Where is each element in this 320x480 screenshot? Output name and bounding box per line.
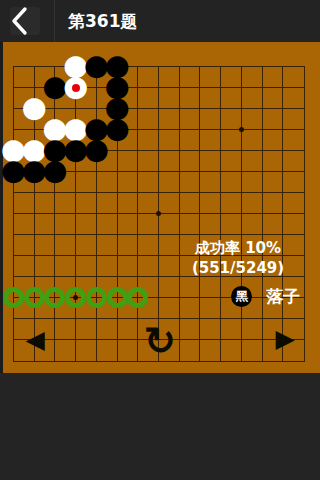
board-cell[interactable] (200, 151, 221, 172)
board-cell[interactable] (35, 151, 56, 172)
board-cell[interactable] (159, 67, 180, 88)
board-cell[interactable] (14, 67, 35, 88)
board-cell[interactable] (180, 214, 201, 235)
chevron-left-icon (8, 0, 36, 42)
board-cell[interactable] (180, 277, 201, 298)
next-problem-button[interactable]: ▶ (271, 324, 299, 352)
board-cell[interactable] (283, 151, 304, 172)
board-cell[interactable] (138, 109, 159, 130)
board-cell[interactable] (118, 109, 139, 130)
board-cell[interactable] (76, 235, 97, 256)
board-cell[interactable] (138, 67, 159, 88)
board-cell[interactable] (159, 109, 180, 130)
board-cell[interactable] (118, 67, 139, 88)
board-cell[interactable] (35, 130, 56, 151)
board-cell[interactable] (14, 256, 35, 277)
progress-ring (24, 287, 45, 308)
board-cell[interactable] (97, 67, 118, 88)
star-point (156, 211, 161, 216)
page-title: 第361题 (68, 0, 138, 42)
board-cell[interactable] (180, 151, 201, 172)
board-cell[interactable] (118, 172, 139, 193)
board-cell[interactable] (180, 67, 201, 88)
board-cell[interactable] (159, 193, 180, 214)
board-cell[interactable] (159, 214, 180, 235)
progress-ring (65, 287, 86, 308)
board-cell[interactable] (76, 67, 97, 88)
board-cell[interactable] (200, 298, 221, 319)
board-cell[interactable] (76, 214, 97, 235)
board-cell[interactable] (263, 172, 284, 193)
board-cell[interactable] (263, 109, 284, 130)
board-cell[interactable] (118, 151, 139, 172)
board-cell[interactable] (200, 88, 221, 109)
board-cell[interactable] (180, 130, 201, 151)
board-cell[interactable] (118, 130, 139, 151)
board-cell[interactable] (76, 340, 97, 361)
board-cell[interactable] (55, 235, 76, 256)
board-cell[interactable] (97, 130, 118, 151)
board-cell[interactable] (118, 88, 139, 109)
board-cell[interactable] (242, 88, 263, 109)
board-cell[interactable] (180, 109, 201, 130)
board-cell[interactable] (97, 193, 118, 214)
board-cell[interactable] (138, 172, 159, 193)
board-cell[interactable] (55, 340, 76, 361)
board-cell[interactable] (200, 319, 221, 340)
board-cell[interactable] (35, 172, 56, 193)
refresh-icon: ↻ (144, 322, 176, 360)
board-cell[interactable] (159, 256, 180, 277)
board-cell[interactable] (97, 172, 118, 193)
board-cell[interactable] (221, 151, 242, 172)
board-cell[interactable] (263, 88, 284, 109)
board-left-edge (0, 42, 3, 373)
board-cell[interactable] (35, 67, 56, 88)
board-cell[interactable] (97, 109, 118, 130)
header-bar: 第361题 (0, 0, 320, 42)
board-cell[interactable] (283, 67, 304, 88)
board-cell[interactable] (263, 67, 284, 88)
board-cell[interactable] (221, 130, 242, 151)
board-cell[interactable] (55, 130, 76, 151)
board-cell[interactable] (221, 340, 242, 361)
board-cell[interactable] (55, 88, 76, 109)
back-button[interactable] (0, 0, 54, 42)
board-cell[interactable] (55, 319, 76, 340)
board-cell[interactable] (221, 193, 242, 214)
board-cell[interactable] (283, 109, 304, 130)
board-cell[interactable] (159, 235, 180, 256)
to-move-stone-badge: 黑 (231, 286, 252, 307)
board-cell[interactable] (200, 172, 221, 193)
board-cell[interactable] (55, 193, 76, 214)
board-cell[interactable] (14, 88, 35, 109)
to-move-label: 落子 (266, 285, 300, 307)
board-cell[interactable] (242, 319, 263, 340)
header-divider (54, 0, 55, 42)
board-cell[interactable] (180, 340, 201, 361)
board-cell[interactable] (159, 172, 180, 193)
board-cell[interactable] (14, 151, 35, 172)
progress-ring (107, 287, 128, 308)
board-cell[interactable] (55, 256, 76, 277)
board-cell[interactable] (118, 193, 139, 214)
board-cell[interactable] (263, 130, 284, 151)
board-cell[interactable] (55, 214, 76, 235)
board-cell[interactable] (159, 130, 180, 151)
board-cell[interactable] (242, 214, 263, 235)
board-cell[interactable] (200, 109, 221, 130)
board-cell[interactable] (97, 340, 118, 361)
next-icon: ▶ (275, 326, 294, 351)
board-cell[interactable] (200, 214, 221, 235)
refresh-button[interactable]: ↻ (141, 320, 179, 362)
board-cell[interactable] (76, 193, 97, 214)
board-cell[interactable] (138, 214, 159, 235)
board-cell[interactable] (14, 235, 35, 256)
go-board[interactable]: 成功率 10% (551/5249) 黑 落子 ◀ ↻ ▶ ●●●●●●●●●●… (0, 42, 320, 373)
board-cell[interactable] (242, 172, 263, 193)
board-cell[interactable] (221, 214, 242, 235)
board-cell[interactable] (263, 151, 284, 172)
board-cell[interactable] (283, 88, 304, 109)
success-rate-text: 成功率 10% (178, 238, 298, 258)
progress-ring (3, 287, 24, 308)
board-cell[interactable] (76, 130, 97, 151)
board-cell[interactable] (221, 319, 242, 340)
board-cell[interactable] (200, 277, 221, 298)
board-cell[interactable] (35, 109, 56, 130)
bottom-panel (0, 373, 320, 480)
board-cell[interactable] (200, 193, 221, 214)
board-cell[interactable] (14, 109, 35, 130)
board-cell[interactable] (55, 151, 76, 172)
board-cell[interactable] (35, 193, 56, 214)
star-point (239, 127, 244, 132)
board-cell[interactable] (242, 109, 263, 130)
board-cell[interactable] (242, 67, 263, 88)
prev-problem-button[interactable]: ◀ (21, 325, 49, 353)
board-cell[interactable] (283, 130, 304, 151)
board-cell[interactable] (76, 319, 97, 340)
board-cell[interactable] (221, 88, 242, 109)
board-cell[interactable] (35, 214, 56, 235)
board-cell[interactable] (118, 214, 139, 235)
board-cell[interactable] (221, 67, 242, 88)
board-cell[interactable] (35, 256, 56, 277)
board-cell[interactable] (76, 172, 97, 193)
board-cell[interactable] (118, 235, 139, 256)
board-cell[interactable] (118, 319, 139, 340)
board-cell[interactable] (55, 67, 76, 88)
board-cell[interactable] (242, 130, 263, 151)
attempt-count-text: (551/5249) (178, 258, 298, 279)
board-cell[interactable] (180, 172, 201, 193)
board-cell[interactable] (14, 193, 35, 214)
prev-icon: ◀ (25, 327, 44, 352)
board-cell[interactable] (200, 67, 221, 88)
board-cell[interactable] (242, 193, 263, 214)
board-cell[interactable] (180, 88, 201, 109)
progress-ring (86, 287, 107, 308)
board-cell[interactable] (76, 88, 97, 109)
board-cell[interactable] (138, 151, 159, 172)
board-cell[interactable] (180, 193, 201, 214)
board-cell[interactable] (97, 88, 118, 109)
board-cell[interactable] (159, 88, 180, 109)
board-cell[interactable] (221, 172, 242, 193)
board-cell[interactable] (76, 109, 97, 130)
board-cell[interactable] (138, 256, 159, 277)
board-cell[interactable] (180, 298, 201, 319)
board-cell[interactable] (55, 172, 76, 193)
board-cell[interactable] (97, 235, 118, 256)
board-cell[interactable] (14, 172, 35, 193)
stats-panel: 成功率 10% (551/5249) (178, 238, 298, 279)
board-cell[interactable] (35, 235, 56, 256)
board-cell[interactable] (180, 319, 201, 340)
board-cell[interactable] (159, 277, 180, 298)
board-cell[interactable] (159, 298, 180, 319)
board-cell[interactable] (118, 256, 139, 277)
board-cell[interactable] (263, 214, 284, 235)
board-cell[interactable] (283, 214, 304, 235)
board-cell[interactable] (242, 340, 263, 361)
board-cell[interactable] (138, 130, 159, 151)
app-screen: 第361题 成功率 10% (551/5249) 黑 落子 ◀ ↻ ▶ ●●●●… (0, 0, 320, 480)
board-cell[interactable] (97, 214, 118, 235)
board-cell[interactable] (118, 340, 139, 361)
board-cell[interactable] (283, 172, 304, 193)
board-cell[interactable] (200, 130, 221, 151)
board-cell[interactable] (159, 151, 180, 172)
board-cell[interactable] (76, 151, 97, 172)
board-cell[interactable] (138, 88, 159, 109)
board-cell[interactable] (76, 256, 97, 277)
board-cell[interactable] (200, 340, 221, 361)
board-cell[interactable] (14, 130, 35, 151)
board-cell[interactable] (14, 214, 35, 235)
board-cell[interactable] (283, 193, 304, 214)
board-cell[interactable] (263, 193, 284, 214)
board-cell[interactable] (242, 151, 263, 172)
board-cell[interactable] (138, 235, 159, 256)
board-cell[interactable] (35, 88, 56, 109)
board-cell[interactable] (97, 256, 118, 277)
board-cell[interactable] (97, 319, 118, 340)
board-cell[interactable] (97, 151, 118, 172)
